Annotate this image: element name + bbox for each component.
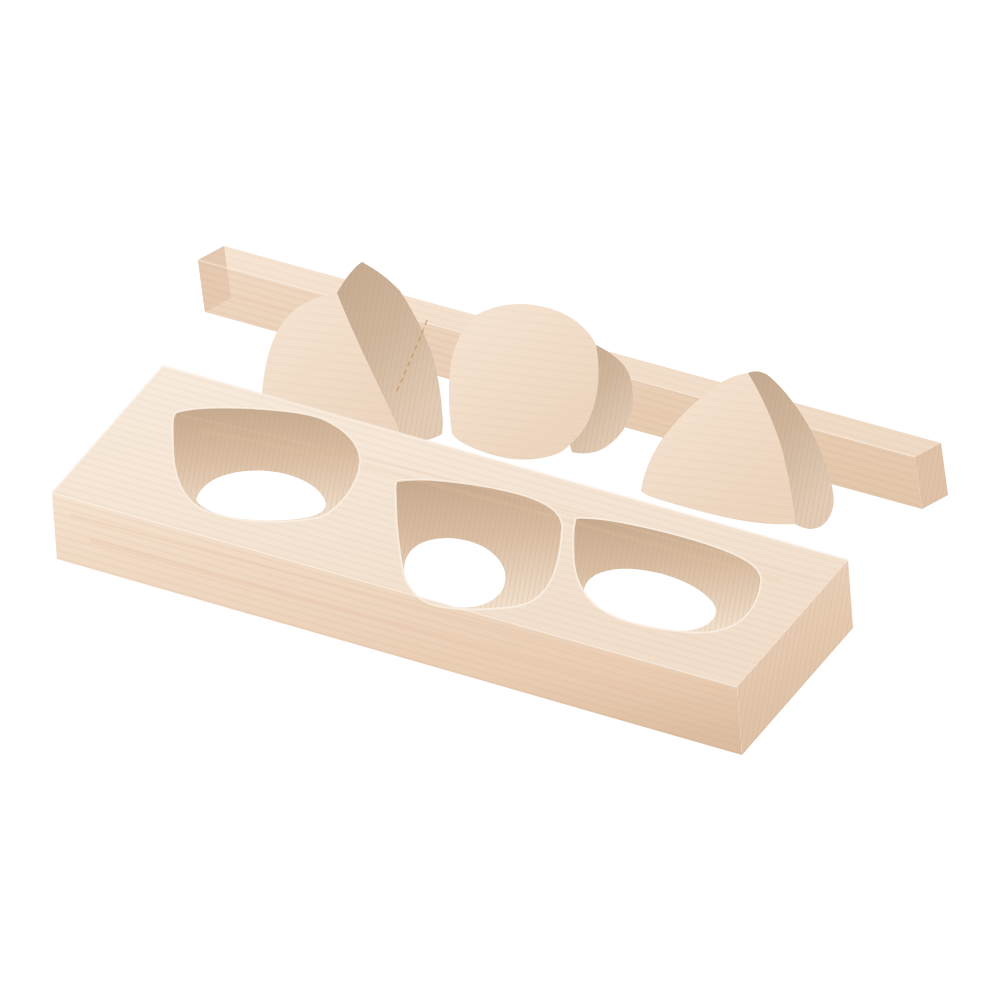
block-grain-overlay	[449, 304, 599, 459]
product-photo-canvas	[0, 0, 1000, 1000]
product-photo	[0, 0, 1000, 1000]
